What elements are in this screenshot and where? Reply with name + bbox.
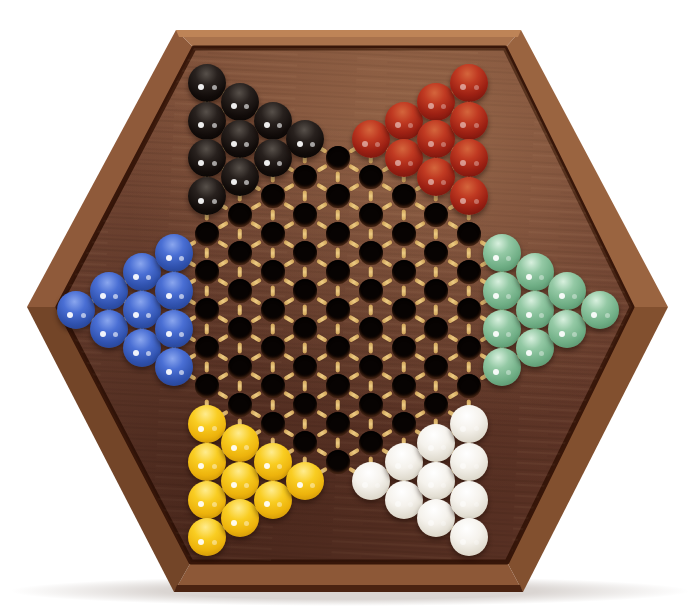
marble-yellow[interactable]: [221, 424, 259, 462]
lattice-dash: [218, 315, 229, 324]
marble-black[interactable]: [188, 64, 226, 102]
hole[interactable]: [261, 412, 285, 436]
lattice-dash: [381, 315, 392, 324]
hole[interactable]: [293, 317, 317, 341]
hole[interactable]: [228, 355, 252, 379]
lattice-dash: [316, 183, 327, 192]
marble-white[interactable]: [450, 443, 488, 481]
marble-green[interactable]: [516, 329, 554, 367]
lattice-dash: [447, 296, 458, 305]
lattice-dash: [283, 334, 294, 343]
marble-yellow[interactable]: [286, 462, 324, 500]
hole[interactable]: [195, 374, 219, 398]
lattice-dash: [316, 296, 327, 305]
marble-red[interactable]: [450, 64, 488, 102]
lattice-dash: [414, 258, 425, 267]
hole[interactable]: [424, 279, 448, 303]
lattice-dash: [435, 267, 439, 278]
lattice-dash: [283, 410, 294, 419]
hole[interactable]: [261, 184, 285, 208]
hole[interactable]: [195, 298, 219, 322]
lattice-dash: [336, 210, 340, 221]
hole[interactable]: [261, 260, 285, 284]
lattice-dash: [250, 334, 261, 343]
lattice-dash: [381, 277, 392, 286]
lattice-dash: [304, 305, 308, 316]
lattice-dash: [381, 202, 392, 211]
lattice-dash: [316, 315, 327, 324]
marble-black[interactable]: [188, 177, 226, 215]
lattice-dash: [349, 429, 360, 438]
lattice-dash: [369, 305, 373, 316]
hole[interactable]: [228, 317, 252, 341]
hole[interactable]: [424, 317, 448, 341]
lattice-dash: [414, 372, 425, 381]
lattice-dash: [349, 448, 360, 457]
lattice-dash: [218, 372, 229, 381]
lattice-dash: [336, 286, 340, 297]
marble-blue[interactable]: [155, 272, 193, 310]
lattice-dash: [447, 239, 458, 248]
hole[interactable]: [228, 241, 252, 265]
lattice-dash: [250, 258, 261, 267]
lattice-dash: [369, 418, 373, 429]
lattice-dash: [349, 315, 360, 324]
lattice-dash: [283, 239, 294, 248]
marble-blue[interactable]: [155, 310, 193, 348]
marble-white[interactable]: [450, 405, 488, 443]
hole[interactable]: [359, 317, 383, 341]
marble-green[interactable]: [581, 291, 619, 329]
lattice-dash: [218, 334, 229, 343]
lattice-dash: [447, 372, 458, 381]
lattice-dash: [414, 391, 425, 400]
marble-red[interactable]: [450, 177, 488, 215]
hole[interactable]: [457, 298, 481, 322]
lattice-dash: [349, 220, 360, 229]
marble-white[interactable]: [450, 518, 488, 556]
hole[interactable]: [359, 203, 383, 227]
hole[interactable]: [293, 203, 317, 227]
marble-yellow[interactable]: [221, 499, 259, 537]
hole[interactable]: [392, 260, 416, 284]
hole[interactable]: [326, 336, 350, 360]
lattice-dash: [349, 277, 360, 286]
lattice-dash: [402, 248, 406, 259]
lattice-dash: [283, 202, 294, 211]
marble-red[interactable]: [450, 102, 488, 140]
hole[interactable]: [392, 298, 416, 322]
lattice-dash: [250, 315, 261, 324]
marble-black[interactable]: [254, 139, 292, 177]
lattice-dash: [316, 410, 327, 419]
lattice-dash: [414, 202, 425, 211]
lattice-dash: [250, 239, 261, 248]
lattice-dash: [316, 220, 327, 229]
marble-blue[interactable]: [90, 272, 128, 310]
lattice-dash: [304, 342, 308, 353]
lattice-dash: [447, 277, 458, 286]
lattice-dash: [250, 296, 261, 305]
lattice-dash: [304, 418, 308, 429]
lattice-dash: [283, 183, 294, 192]
hole[interactable]: [424, 355, 448, 379]
hole[interactable]: [261, 336, 285, 360]
hole[interactable]: [326, 260, 350, 284]
hole[interactable]: [326, 222, 350, 246]
lattice-dash: [414, 277, 425, 286]
lattice-dash: [218, 353, 229, 362]
hole[interactable]: [293, 279, 317, 303]
marble-white[interactable]: [417, 424, 455, 462]
lattice-dash: [238, 267, 242, 278]
lattice-dash: [271, 361, 275, 372]
lattice-dash: [283, 315, 294, 324]
hole[interactable]: [457, 222, 481, 246]
lattice-dash: [304, 380, 308, 391]
lattice-dash: [218, 391, 229, 400]
hole[interactable]: [359, 165, 383, 189]
hole[interactable]: [359, 355, 383, 379]
lattice-dash: [349, 334, 360, 343]
lattice-dash: [414, 239, 425, 248]
hole[interactable]: [424, 393, 448, 417]
lattice-dash: [218, 220, 229, 229]
lattice-dash: [467, 323, 471, 334]
lattice-dash: [250, 202, 261, 211]
lattice-dash: [218, 239, 229, 248]
marble-green[interactable]: [548, 272, 586, 310]
marble-blue[interactable]: [155, 348, 193, 386]
marble-black[interactable]: [188, 139, 226, 177]
lattice-dash: [271, 323, 275, 334]
lattice-dash: [381, 296, 392, 305]
hole[interactable]: [359, 279, 383, 303]
photo-background: [0, 0, 699, 607]
hole[interactable]: [392, 184, 416, 208]
hole[interactable]: [293, 431, 317, 455]
lattice-dash: [349, 239, 360, 248]
lattice-dash: [283, 372, 294, 381]
marble-yellow[interactable]: [188, 481, 226, 519]
hole[interactable]: [326, 412, 350, 436]
lattice-dash: [250, 277, 261, 286]
lattice-dash: [414, 410, 425, 419]
hole[interactable]: [457, 336, 481, 360]
chinese-checkers-board: [0, 0, 699, 607]
lattice-dash: [271, 210, 275, 221]
lattice-dash: [283, 391, 294, 400]
hole[interactable]: [195, 336, 219, 360]
lattice-dash: [381, 372, 392, 381]
lattice-dash: [349, 372, 360, 381]
lattice-dash: [316, 239, 327, 248]
hole[interactable]: [261, 222, 285, 246]
lattice-dash: [218, 277, 229, 286]
lattice-dash: [414, 334, 425, 343]
hole[interactable]: [228, 279, 252, 303]
lattice-dash: [316, 164, 327, 173]
hole[interactable]: [326, 298, 350, 322]
marble-black[interactable]: [221, 83, 259, 121]
lattice-dash: [435, 380, 439, 391]
lattice-dash: [447, 315, 458, 324]
hole[interactable]: [261, 298, 285, 322]
lattice-dash: [250, 410, 261, 419]
lattice-dash: [414, 296, 425, 305]
marble-yellow[interactable]: [188, 443, 226, 481]
lattice-dash: [349, 183, 360, 192]
lattice-dash: [316, 353, 327, 362]
lattice-dash: [283, 296, 294, 305]
hole[interactable]: [261, 374, 285, 398]
lattice-dash: [467, 361, 471, 372]
lattice-dash: [250, 372, 261, 381]
hole[interactable]: [392, 374, 416, 398]
hole[interactable]: [326, 184, 350, 208]
lattice-dash: [447, 334, 458, 343]
lattice-dash: [435, 305, 439, 316]
hole[interactable]: [195, 260, 219, 284]
lattice-dash: [402, 361, 406, 372]
marble-blue[interactable]: [57, 291, 95, 329]
hole[interactable]: [195, 222, 219, 246]
lattice-dash: [250, 353, 261, 362]
lattice-dash: [316, 429, 327, 438]
hole[interactable]: [326, 374, 350, 398]
lattice-dash: [336, 437, 340, 448]
lattice-dash: [349, 391, 360, 400]
marble-black[interactable]: [221, 158, 259, 196]
lattice-dash: [349, 164, 360, 173]
lattice-dash: [336, 323, 340, 334]
hole[interactable]: [228, 203, 252, 227]
marble-blue[interactable]: [90, 310, 128, 348]
lattice-dash: [336, 248, 340, 259]
lattice-dash: [238, 342, 242, 353]
lattice-dash: [349, 296, 360, 305]
lattice-dash: [238, 305, 242, 316]
lattice-dash: [402, 286, 406, 297]
lattice-dash: [402, 210, 406, 221]
lattice-dash: [283, 353, 294, 362]
lattice-dash: [271, 248, 275, 259]
hole[interactable]: [392, 336, 416, 360]
hole[interactable]: [424, 241, 448, 265]
lattice-dash: [316, 334, 327, 343]
lattice-dash: [414, 315, 425, 324]
hole[interactable]: [359, 393, 383, 417]
lattice-dash: [381, 429, 392, 438]
lattice-dash: [205, 323, 209, 334]
lattice-dash: [238, 380, 242, 391]
lattice-dash: [271, 399, 275, 410]
lattice-dash: [271, 286, 275, 297]
lattice-dash: [381, 239, 392, 248]
hole[interactable]: [457, 374, 481, 398]
lattice-dash: [381, 334, 392, 343]
lattice-dash: [316, 277, 327, 286]
lattice-dash: [316, 448, 327, 457]
hole[interactable]: [293, 393, 317, 417]
marble-green[interactable]: [483, 310, 521, 348]
lattice-dash: [316, 372, 327, 381]
marble-black[interactable]: [286, 120, 324, 158]
marble-blue[interactable]: [155, 234, 193, 272]
hole[interactable]: [359, 431, 383, 455]
marble-green[interactable]: [483, 272, 521, 310]
lattice-dash: [381, 410, 392, 419]
marble-black[interactable]: [188, 102, 226, 140]
lattice-dash: [402, 399, 406, 410]
lattice-dash: [336, 361, 340, 372]
lattice-dash: [205, 248, 209, 259]
lattice-dash: [381, 220, 392, 229]
lattice-dash: [283, 429, 294, 438]
marble-green[interactable]: [483, 234, 521, 272]
marble-yellow[interactable]: [188, 405, 226, 443]
lattice-dash: [447, 258, 458, 267]
marble-white[interactable]: [352, 462, 390, 500]
hole[interactable]: [293, 355, 317, 379]
lattice-dash: [381, 183, 392, 192]
hole[interactable]: [326, 450, 350, 474]
lattice-dash: [336, 172, 340, 183]
lattice-dash: [381, 391, 392, 400]
hole[interactable]: [457, 260, 481, 284]
hole[interactable]: [326, 146, 350, 170]
lattice-dash: [447, 220, 458, 229]
lattice-dash: [336, 399, 340, 410]
lattice-dash: [238, 229, 242, 240]
lattice-dash: [447, 391, 458, 400]
lattice-dash: [414, 353, 425, 362]
lattice-dash: [218, 296, 229, 305]
lattice-dash: [283, 277, 294, 286]
marble-black[interactable]: [221, 120, 259, 158]
lattice-dash: [304, 191, 308, 202]
marble-green[interactable]: [548, 310, 586, 348]
marble-red[interactable]: [352, 120, 390, 158]
hole[interactable]: [424, 203, 448, 227]
lattice-dash: [349, 410, 360, 419]
lattice-dash: [349, 202, 360, 211]
lattice-dash: [304, 229, 308, 240]
lattice-dash: [349, 353, 360, 362]
hole[interactable]: [359, 241, 383, 265]
lattice-dash: [316, 258, 327, 267]
lattice-dash: [381, 258, 392, 267]
hole[interactable]: [228, 393, 252, 417]
hole[interactable]: [392, 412, 416, 436]
marble-green[interactable]: [483, 348, 521, 386]
lattice-dash: [283, 258, 294, 267]
lattice-dash: [205, 361, 209, 372]
hole[interactable]: [293, 165, 317, 189]
lattice-dash: [205, 286, 209, 297]
lattice-dash: [250, 391, 261, 400]
lattice-dash: [369, 380, 373, 391]
lattice-dash: [369, 267, 373, 278]
lattice-dash: [435, 229, 439, 240]
lattice-dash: [316, 202, 327, 211]
lattice-dash: [381, 353, 392, 362]
lattice-dash: [283, 220, 294, 229]
lattice-dash: [369, 229, 373, 240]
lattice-dash: [467, 286, 471, 297]
hole[interactable]: [293, 241, 317, 265]
marble-yellow[interactable]: [188, 518, 226, 556]
marble-red[interactable]: [450, 139, 488, 177]
lattice-dash: [316, 391, 327, 400]
lattice-dash: [402, 323, 406, 334]
lattice-dash: [349, 258, 360, 267]
marble-white[interactable]: [417, 462, 455, 500]
marble-red[interactable]: [417, 83, 455, 121]
lattice-dash: [447, 353, 458, 362]
lattice-dash: [435, 342, 439, 353]
lattice-dash: [250, 220, 261, 229]
lattice-dash: [467, 248, 471, 259]
hole[interactable]: [392, 222, 416, 246]
marble-yellow[interactable]: [221, 462, 259, 500]
lattice-dash: [218, 258, 229, 267]
lattice-dash: [304, 267, 308, 278]
lattice-dash: [369, 191, 373, 202]
lattice-dash: [369, 342, 373, 353]
lattice-dash: [414, 220, 425, 229]
marble-white[interactable]: [450, 481, 488, 519]
